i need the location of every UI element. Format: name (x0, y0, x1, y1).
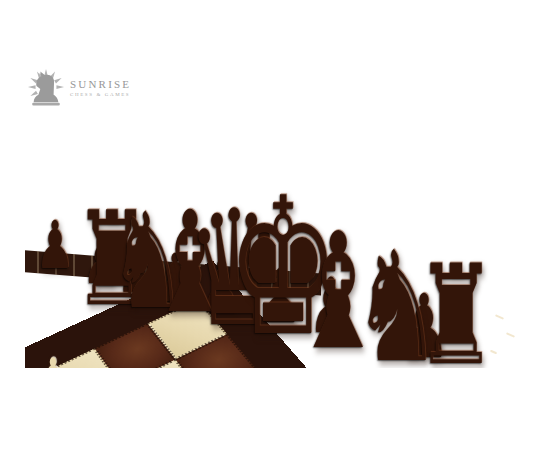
black-rook-h8: ♜ (415, 247, 497, 368)
white-pawn-partial: ♟ (35, 350, 71, 368)
black-pawn-a7: ♟ (35, 213, 74, 279)
product-photo-page: SUNRISE CHESS & GAMES ♟ ♟ ♟ ♟ ♟ ♟ ♟ ♟ ♜ … (0, 0, 550, 450)
chess-set-photo: ♟ ♟ ♟ ♟ ♟ ♟ ♟ ♟ ♜ ♞ ♝ ♛ ♚ ♝ ♞ ♜ ♟ (25, 58, 527, 368)
